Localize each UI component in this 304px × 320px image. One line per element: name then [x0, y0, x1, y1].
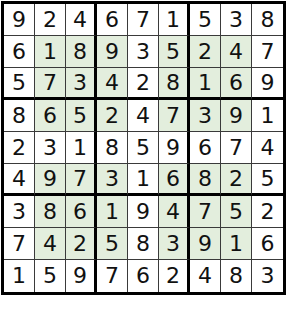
cell-r5c6[interactable]: 9: [159, 132, 190, 164]
cell-r2c1[interactable]: 6: [4, 36, 35, 68]
cell-r6c2[interactable]: 9: [35, 164, 66, 196]
cell-r6c6[interactable]: 6: [159, 164, 190, 196]
cell-r8c5[interactable]: 8: [128, 228, 159, 260]
cell-r7c1[interactable]: 3: [4, 196, 35, 228]
cell-r7c8[interactable]: 5: [221, 196, 252, 228]
cell-r7c5[interactable]: 9: [128, 196, 159, 228]
cell-r4c1[interactable]: 8: [4, 100, 35, 132]
cell-r8c1[interactable]: 7: [4, 228, 35, 260]
cell-r8c8[interactable]: 1: [221, 228, 252, 260]
cell-r6c3[interactable]: 7: [66, 164, 97, 196]
cell-r9c4[interactable]: 7: [97, 260, 128, 292]
cell-r9c7[interactable]: 4: [190, 260, 221, 292]
cell-r4c2[interactable]: 6: [35, 100, 66, 132]
cell-r3c7[interactable]: 1: [190, 68, 221, 100]
cell-r5c8[interactable]: 7: [221, 132, 252, 164]
cell-r2c4[interactable]: 9: [97, 36, 128, 68]
cell-r4c3[interactable]: 5: [66, 100, 97, 132]
cell-r3c8[interactable]: 6: [221, 68, 252, 100]
cell-r9c1[interactable]: 1: [4, 260, 35, 292]
cell-r5c7[interactable]: 6: [190, 132, 221, 164]
cell-r3c3[interactable]: 3: [66, 68, 97, 100]
sudoku-grid: 9246715386189352475734281698652473912318…: [1, 1, 286, 295]
cell-r8c7[interactable]: 9: [190, 228, 221, 260]
cell-r9c3[interactable]: 9: [66, 260, 97, 292]
cell-r2c7[interactable]: 2: [190, 36, 221, 68]
cell-r1c3[interactable]: 4: [66, 4, 97, 36]
cell-r6c1[interactable]: 4: [4, 164, 35, 196]
cell-r6c5[interactable]: 1: [128, 164, 159, 196]
cell-r2c6[interactable]: 5: [159, 36, 190, 68]
cell-r1c1[interactable]: 9: [4, 4, 35, 36]
cell-r4c4[interactable]: 2: [97, 100, 128, 132]
cell-r5c1[interactable]: 2: [4, 132, 35, 164]
cell-r8c4[interactable]: 5: [97, 228, 128, 260]
cell-r4c7[interactable]: 3: [190, 100, 221, 132]
cell-r1c6[interactable]: 1: [159, 4, 190, 36]
cell-r4c9[interactable]: 1: [252, 100, 283, 132]
cell-r4c6[interactable]: 7: [159, 100, 190, 132]
cell-r6c8[interactable]: 2: [221, 164, 252, 196]
cell-r8c9[interactable]: 6: [252, 228, 283, 260]
cell-r7c9[interactable]: 2: [252, 196, 283, 228]
cell-r7c4[interactable]: 1: [97, 196, 128, 228]
cell-r8c3[interactable]: 2: [66, 228, 97, 260]
cell-r1c4[interactable]: 6: [97, 4, 128, 36]
cell-r1c9[interactable]: 8: [252, 4, 283, 36]
cell-r7c6[interactable]: 4: [159, 196, 190, 228]
cell-r3c1[interactable]: 5: [4, 68, 35, 100]
cell-r6c7[interactable]: 8: [190, 164, 221, 196]
cell-r1c2[interactable]: 2: [35, 4, 66, 36]
cell-r5c2[interactable]: 3: [35, 132, 66, 164]
cell-r4c8[interactable]: 9: [221, 100, 252, 132]
cell-r6c4[interactable]: 3: [97, 164, 128, 196]
cell-r9c2[interactable]: 5: [35, 260, 66, 292]
cell-r8c6[interactable]: 3: [159, 228, 190, 260]
cell-r3c4[interactable]: 4: [97, 68, 128, 100]
cell-r2c9[interactable]: 7: [252, 36, 283, 68]
cell-r7c2[interactable]: 8: [35, 196, 66, 228]
cell-r9c6[interactable]: 2: [159, 260, 190, 292]
cell-r3c2[interactable]: 7: [35, 68, 66, 100]
cell-r9c8[interactable]: 8: [221, 260, 252, 292]
cell-r2c2[interactable]: 1: [35, 36, 66, 68]
cell-r3c6[interactable]: 8: [159, 68, 190, 100]
cell-r6c9[interactable]: 5: [252, 164, 283, 196]
cell-r1c8[interactable]: 3: [221, 4, 252, 36]
cell-r7c3[interactable]: 6: [66, 196, 97, 228]
cell-r5c5[interactable]: 5: [128, 132, 159, 164]
cell-r8c2[interactable]: 4: [35, 228, 66, 260]
cell-r2c8[interactable]: 4: [221, 36, 252, 68]
cell-r5c3[interactable]: 1: [66, 132, 97, 164]
cell-r9c5[interactable]: 6: [128, 260, 159, 292]
cell-r9c9[interactable]: 3: [252, 260, 283, 292]
cell-r3c5[interactable]: 2: [128, 68, 159, 100]
cell-r4c5[interactable]: 4: [128, 100, 159, 132]
cell-r2c5[interactable]: 3: [128, 36, 159, 68]
cell-r7c7[interactable]: 7: [190, 196, 221, 228]
cell-r5c4[interactable]: 8: [97, 132, 128, 164]
cell-r1c5[interactable]: 7: [128, 4, 159, 36]
sudoku-page: 9246715386189352475734281698652473912318…: [0, 0, 304, 320]
cell-r3c9[interactable]: 9: [252, 68, 283, 100]
cell-r5c9[interactable]: 4: [252, 132, 283, 164]
cell-r2c3[interactable]: 8: [66, 36, 97, 68]
cell-r1c7[interactable]: 5: [190, 4, 221, 36]
